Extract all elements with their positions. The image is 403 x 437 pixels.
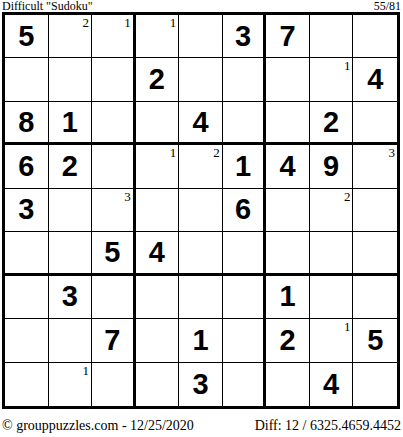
cell-r1c7[interactable]: 7 <box>266 15 310 58</box>
cell-r7c5[interactable] <box>179 276 223 319</box>
cell-r5c1[interactable]: 3 <box>5 189 49 232</box>
puzzle-title: Difficult "Sudoku" <box>2 0 93 12</box>
cell-r8c3[interactable]: 7 <box>92 319 136 362</box>
copyright-text: © grouppuzzles.com - 12/25/2020 <box>2 418 194 434</box>
given-digit: 1 <box>192 326 208 355</box>
cell-r3c5[interactable]: 4 <box>179 102 223 145</box>
cell-r2c8[interactable]: 1 <box>310 58 354 101</box>
cell-r3c2[interactable]: 1 <box>49 102 93 145</box>
cell-r8c7[interactable]: 2 <box>266 319 310 362</box>
given-digit: 4 <box>280 152 296 181</box>
cell-r6c3[interactable]: 5 <box>92 232 136 275</box>
pencil-mark: 1 <box>83 363 90 378</box>
given-digit: 1 <box>280 282 296 311</box>
cell-r8c8[interactable]: 1 <box>310 319 354 362</box>
cell-r1c1[interactable]: 5 <box>5 15 49 58</box>
sudoku-grid: 5211372148142621214933362543171215134 <box>2 12 400 409</box>
cell-r7c1[interactable] <box>5 276 49 319</box>
pencil-mark: 1 <box>344 319 351 334</box>
cell-r1c2[interactable]: 2 <box>49 15 93 58</box>
cell-r1c5[interactable] <box>179 15 223 58</box>
cell-r9c9[interactable] <box>353 363 397 406</box>
given-digit: 4 <box>149 238 165 267</box>
given-digit: 7 <box>280 22 296 51</box>
pencil-mark: 1 <box>344 58 351 73</box>
given-digit: 5 <box>18 22 34 51</box>
cell-r5c5[interactable] <box>179 189 223 232</box>
cell-r6c4[interactable]: 4 <box>136 232 180 275</box>
cell-r3c6[interactable] <box>223 102 267 145</box>
cell-r3c4[interactable] <box>136 102 180 145</box>
pencil-mark: 2 <box>213 145 220 160</box>
cell-r9c6[interactable] <box>223 363 267 406</box>
cell-r5c7[interactable] <box>266 189 310 232</box>
cell-r6c2[interactable] <box>49 232 93 275</box>
given-digit: 2 <box>62 152 78 181</box>
cell-r4c6[interactable]: 1 <box>223 145 267 188</box>
cell-r8c5[interactable]: 1 <box>179 319 223 362</box>
difficulty-text: Diff: 12 / 6325.4659.4452 <box>255 418 401 434</box>
given-digit: 2 <box>280 326 296 355</box>
given-digit: 3 <box>192 370 208 399</box>
cell-r5c8[interactable]: 2 <box>310 189 354 232</box>
cell-r2c7[interactable] <box>266 58 310 101</box>
cell-r3c8[interactable]: 2 <box>310 102 354 145</box>
given-digit: 2 <box>323 108 339 137</box>
pencil-mark: 1 <box>170 145 177 160</box>
pencil-mark: 2 <box>83 15 90 30</box>
cell-r2c3[interactable] <box>92 58 136 101</box>
cell-r5c6[interactable]: 6 <box>223 189 267 232</box>
cell-r5c9[interactable] <box>353 189 397 232</box>
cell-r8c1[interactable] <box>5 319 49 362</box>
cell-r4c3[interactable] <box>92 145 136 188</box>
header-bar: Difficult "Sudoku" 55/81 <box>0 0 403 12</box>
cell-r4c2[interactable]: 2 <box>49 145 93 188</box>
cell-r9c7[interactable] <box>266 363 310 406</box>
cell-r1c3[interactable]: 1 <box>92 15 136 58</box>
cell-r7c3[interactable] <box>92 276 136 319</box>
cell-r7c9[interactable] <box>353 276 397 319</box>
cell-r5c2[interactable] <box>49 189 93 232</box>
given-digit: 1 <box>62 108 78 137</box>
cell-r6c9[interactable] <box>353 232 397 275</box>
cell-r8c9[interactable]: 5 <box>353 319 397 362</box>
pencil-mark: 1 <box>124 15 131 30</box>
cell-r4c5[interactable]: 2 <box>179 145 223 188</box>
cell-r2c2[interactable] <box>49 58 93 101</box>
given-digit: 7 <box>104 326 120 355</box>
pencil-mark: 1 <box>170 15 177 30</box>
given-digit: 6 <box>18 152 34 181</box>
cell-r7c8[interactable] <box>310 276 354 319</box>
cell-r5c3[interactable]: 3 <box>92 189 136 232</box>
cell-r4c1[interactable]: 6 <box>5 145 49 188</box>
pencil-mark: 3 <box>124 189 131 204</box>
cell-r3c3[interactable] <box>92 102 136 145</box>
given-digit: 4 <box>367 65 383 94</box>
cell-r7c4[interactable] <box>136 276 180 319</box>
cell-r8c4[interactable] <box>136 319 180 362</box>
cell-r5c4[interactable] <box>136 189 180 232</box>
given-digit: 5 <box>367 326 383 355</box>
cell-r9c5[interactable]: 3 <box>179 363 223 406</box>
pencil-mark: 2 <box>344 189 351 204</box>
cell-r7c6[interactable] <box>223 276 267 319</box>
cell-r1c8[interactable] <box>310 15 354 58</box>
cell-r6c6[interactable] <box>223 232 267 275</box>
cells-remaining-counter: 55/81 <box>374 0 401 12</box>
cell-r8c6[interactable] <box>223 319 267 362</box>
cell-r9c3[interactable] <box>92 363 136 406</box>
given-digit: 2 <box>149 65 165 94</box>
given-digit: 1 <box>235 152 251 181</box>
cell-r7c2[interactable]: 3 <box>49 276 93 319</box>
given-digit: 4 <box>192 108 208 137</box>
cell-r3c7[interactable] <box>266 102 310 145</box>
cell-r4c8[interactable]: 9 <box>310 145 354 188</box>
cell-r8c2[interactable] <box>49 319 93 362</box>
given-digit: 6 <box>235 195 251 224</box>
cell-r2c9[interactable]: 4 <box>353 58 397 101</box>
cell-r3c9[interactable] <box>353 102 397 145</box>
cell-r9c4[interactable] <box>136 363 180 406</box>
cell-r9c1[interactable] <box>5 363 49 406</box>
cell-r9c2[interactable]: 1 <box>49 363 93 406</box>
cell-r4c7[interactable]: 4 <box>266 145 310 188</box>
cell-r7c7[interactable]: 1 <box>266 276 310 319</box>
given-digit: 5 <box>104 238 120 267</box>
footer-bar: © grouppuzzles.com - 12/25/2020 Diff: 12… <box>0 418 403 434</box>
cell-r4c4[interactable]: 1 <box>136 145 180 188</box>
cell-r6c5[interactable] <box>179 232 223 275</box>
cell-r1c4[interactable]: 1 <box>136 15 180 58</box>
given-digit: 8 <box>18 108 34 137</box>
cell-r2c6[interactable] <box>223 58 267 101</box>
cell-r1c6[interactable]: 3 <box>223 15 267 58</box>
cell-r2c1[interactable] <box>5 58 49 101</box>
cell-r6c8[interactable] <box>310 232 354 275</box>
cell-r2c4[interactable]: 2 <box>136 58 180 101</box>
given-digit: 3 <box>235 22 251 51</box>
cell-r9c8[interactable]: 4 <box>310 363 354 406</box>
cell-r4c9[interactable]: 3 <box>353 145 397 188</box>
given-digit: 3 <box>62 282 78 311</box>
cell-r2c5[interactable] <box>179 58 223 101</box>
cell-r1c9[interactable] <box>353 15 397 58</box>
cell-r6c7[interactable] <box>266 232 310 275</box>
pencil-mark: 3 <box>389 145 396 160</box>
given-digit: 9 <box>323 152 339 181</box>
cell-r6c1[interactable] <box>5 232 49 275</box>
given-digit: 3 <box>18 195 34 224</box>
cell-r3c1[interactable]: 8 <box>5 102 49 145</box>
given-digit: 4 <box>323 370 339 399</box>
